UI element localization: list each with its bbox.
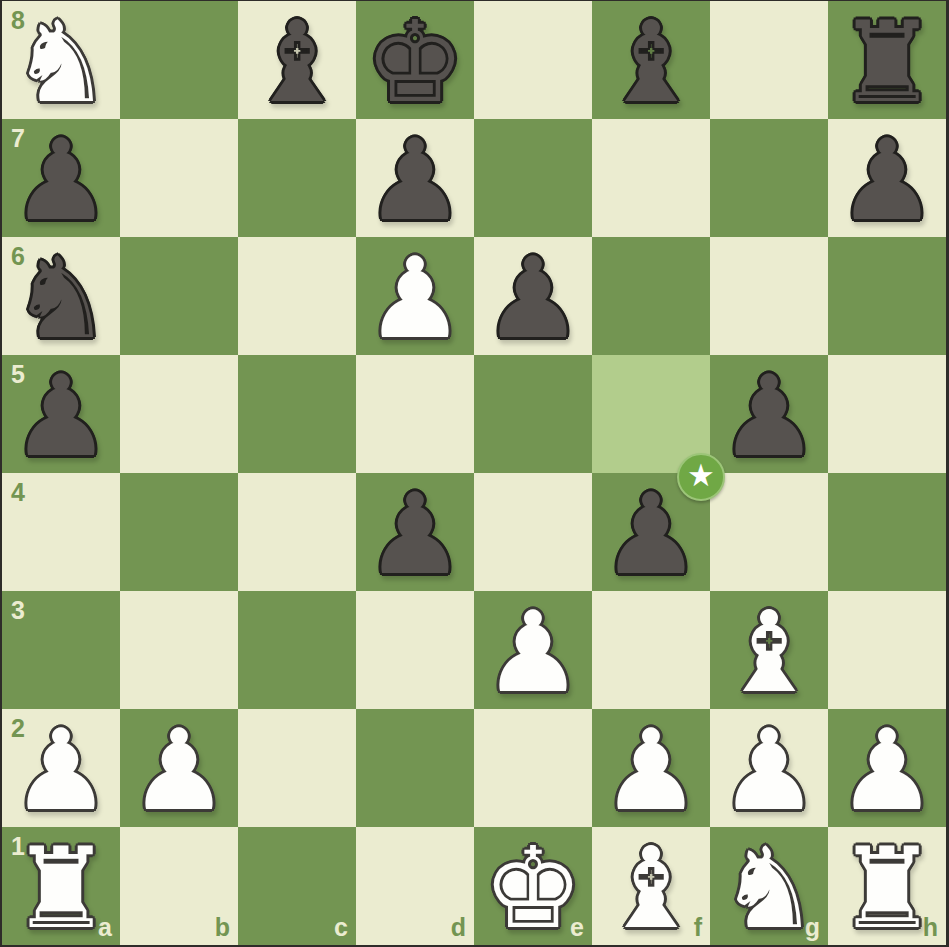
black-pawn[interactable]: ♟ <box>356 473 474 591</box>
square-a2[interactable]: 2♟ <box>2 709 120 827</box>
square-c1[interactable]: c <box>238 827 356 945</box>
black-pawn[interactable]: ♟ <box>710 355 828 473</box>
square-d8[interactable]: ♚ <box>356 1 474 119</box>
rank-label-4: 4 <box>11 480 25 505</box>
chess-board-container: 8♞♝♚♝♜7♟♟♟6♞♟♟5♟♟4♟♟3♟♝2♟♟♟♟♟1a♜bcde♚f♝g… <box>0 0 949 947</box>
square-b1[interactable]: b <box>120 827 238 945</box>
square-b3[interactable] <box>120 591 238 709</box>
white-rook[interactable]: ♜ <box>828 827 946 945</box>
white-pawn[interactable]: ♟ <box>120 709 238 827</box>
square-h1[interactable]: h♜ <box>828 827 946 945</box>
square-c4[interactable] <box>238 473 356 591</box>
file-label-c: c <box>334 915 348 940</box>
square-e4[interactable] <box>474 473 592 591</box>
white-rook[interactable]: ♜ <box>2 827 120 945</box>
black-bishop[interactable]: ♝ <box>592 1 710 119</box>
square-h5[interactable] <box>828 355 946 473</box>
white-knight[interactable]: ♞ <box>710 827 828 945</box>
black-knight[interactable]: ♞ <box>2 237 120 355</box>
square-e1[interactable]: e♚ <box>474 827 592 945</box>
square-c8[interactable]: ♝ <box>238 1 356 119</box>
square-e8[interactable] <box>474 1 592 119</box>
square-d4[interactable]: ♟ <box>356 473 474 591</box>
black-rook[interactable]: ♜ <box>828 1 946 119</box>
white-pawn[interactable]: ♟ <box>592 709 710 827</box>
white-knight[interactable]: ♞ <box>2 1 120 119</box>
square-a7[interactable]: 7♟ <box>2 119 120 237</box>
square-g3[interactable]: ♝ <box>710 591 828 709</box>
square-a1[interactable]: 1a♜ <box>2 827 120 945</box>
square-g2[interactable]: ♟ <box>710 709 828 827</box>
square-d6[interactable]: ♟ <box>356 237 474 355</box>
black-pawn[interactable]: ♟ <box>356 119 474 237</box>
square-g5[interactable]: ♟ <box>710 355 828 473</box>
square-a8[interactable]: 8♞ <box>2 1 120 119</box>
chess-board: 8♞♝♚♝♜7♟♟♟6♞♟♟5♟♟4♟♟3♟♝2♟♟♟♟♟1a♜bcde♚f♝g… <box>2 1 946 945</box>
square-h7[interactable]: ♟ <box>828 119 946 237</box>
square-d7[interactable]: ♟ <box>356 119 474 237</box>
square-d3[interactable] <box>356 591 474 709</box>
square-h3[interactable] <box>828 591 946 709</box>
square-b5[interactable] <box>120 355 238 473</box>
square-g1[interactable]: g♞ <box>710 827 828 945</box>
file-label-d: d <box>451 915 466 940</box>
black-pawn[interactable]: ♟ <box>828 119 946 237</box>
square-g8[interactable] <box>710 1 828 119</box>
square-e3[interactable]: ♟ <box>474 591 592 709</box>
square-f1[interactable]: f♝ <box>592 827 710 945</box>
black-pawn[interactable]: ♟ <box>2 355 120 473</box>
square-a5[interactable]: 5♟ <box>2 355 120 473</box>
square-b7[interactable] <box>120 119 238 237</box>
square-g6[interactable] <box>710 237 828 355</box>
square-f3[interactable] <box>592 591 710 709</box>
square-e5[interactable] <box>474 355 592 473</box>
square-g7[interactable] <box>710 119 828 237</box>
white-bishop[interactable]: ♝ <box>710 591 828 709</box>
black-pawn[interactable]: ♟ <box>2 119 120 237</box>
rank-label-3: 3 <box>11 598 25 623</box>
white-king[interactable]: ♚ <box>474 827 592 945</box>
square-g4[interactable] <box>710 473 828 591</box>
square-f7[interactable] <box>592 119 710 237</box>
square-c5[interactable] <box>238 355 356 473</box>
square-c2[interactable] <box>238 709 356 827</box>
white-pawn[interactable]: ♟ <box>2 709 120 827</box>
white-bishop[interactable]: ♝ <box>592 827 710 945</box>
file-label-b: b <box>215 915 230 940</box>
square-h8[interactable]: ♜ <box>828 1 946 119</box>
square-e6[interactable]: ♟ <box>474 237 592 355</box>
square-b4[interactable] <box>120 473 238 591</box>
black-pawn[interactable]: ♟ <box>474 237 592 355</box>
square-d1[interactable]: d <box>356 827 474 945</box>
square-a4[interactable]: 4 <box>2 473 120 591</box>
star-icon: ★ <box>687 460 715 491</box>
square-d2[interactable] <box>356 709 474 827</box>
square-e7[interactable] <box>474 119 592 237</box>
black-king[interactable]: ♚ <box>356 1 474 119</box>
square-f2[interactable]: ♟ <box>592 709 710 827</box>
square-b2[interactable]: ♟ <box>120 709 238 827</box>
square-b6[interactable] <box>120 237 238 355</box>
square-e2[interactable] <box>474 709 592 827</box>
square-d5[interactable] <box>356 355 474 473</box>
square-b8[interactable] <box>120 1 238 119</box>
square-a6[interactable]: 6♞ <box>2 237 120 355</box>
best-move-star-marker: ★ <box>677 453 725 501</box>
white-pawn[interactable]: ♟ <box>356 237 474 355</box>
white-pawn[interactable]: ♟ <box>710 709 828 827</box>
square-f6[interactable] <box>592 237 710 355</box>
square-c7[interactable] <box>238 119 356 237</box>
white-pawn[interactable]: ♟ <box>828 709 946 827</box>
white-pawn[interactable]: ♟ <box>474 591 592 709</box>
square-h6[interactable] <box>828 237 946 355</box>
square-c6[interactable] <box>238 237 356 355</box>
square-h4[interactable] <box>828 473 946 591</box>
square-h2[interactable]: ♟ <box>828 709 946 827</box>
square-f8[interactable]: ♝ <box>592 1 710 119</box>
black-bishop[interactable]: ♝ <box>238 1 356 119</box>
square-c3[interactable] <box>238 591 356 709</box>
square-a3[interactable]: 3 <box>2 591 120 709</box>
